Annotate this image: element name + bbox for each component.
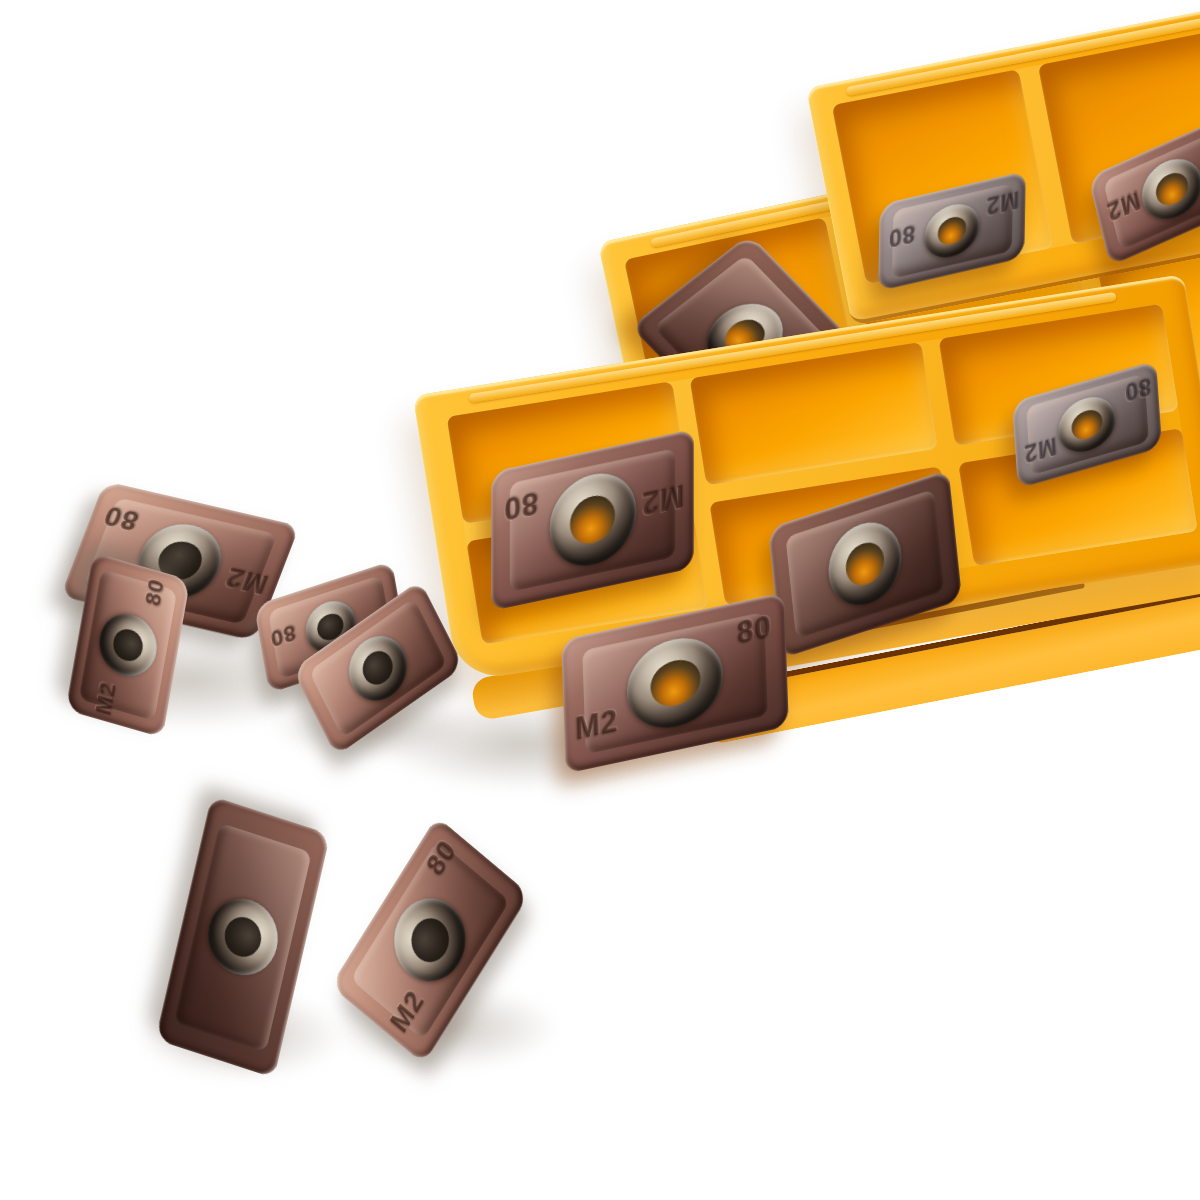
insert-marking-80: 80 bbox=[503, 484, 538, 526]
screw-hole-bore bbox=[649, 655, 700, 711]
screw-hole-bore bbox=[570, 492, 615, 549]
screw-hole-bore bbox=[111, 625, 146, 665]
insert-marking-m2: M2 bbox=[90, 678, 121, 717]
screw-hole-bore bbox=[221, 912, 265, 961]
product-photo: 80 M2 M2 80 80 M2 bbox=[0, 0, 1200, 1200]
screw-hole-bore bbox=[404, 910, 456, 970]
screw-hole-bore bbox=[937, 214, 966, 248]
screw-hole-bore bbox=[1153, 168, 1190, 210]
insert-marking-80: 80 bbox=[737, 609, 773, 651]
screw-hole-bore bbox=[358, 645, 399, 691]
compartment bbox=[690, 342, 938, 485]
screw-hole-bore bbox=[1071, 406, 1103, 442]
screw-hole-bore bbox=[844, 537, 886, 591]
